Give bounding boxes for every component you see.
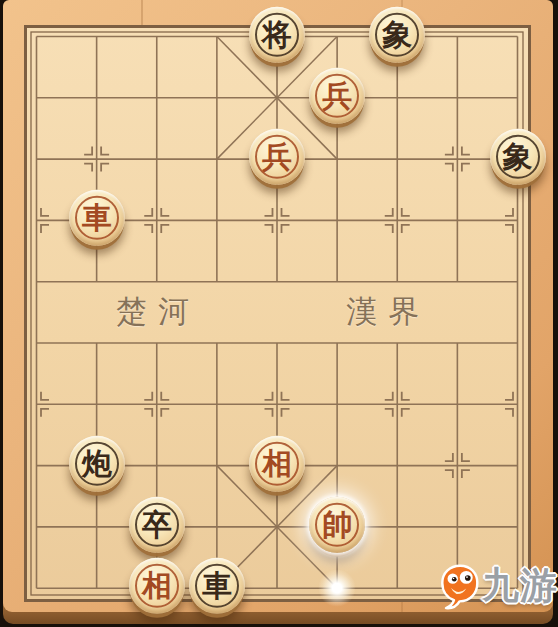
pieces-layer: 将象兵兵象車炮相卒帥相車: [0, 0, 558, 627]
piece-character: 相: [249, 435, 305, 491]
piece-black-soldier[interactable]: 卒: [129, 497, 185, 553]
piece-black-chariot[interactable]: 車: [189, 558, 245, 614]
piece-black-elephant[interactable]: 象: [369, 6, 425, 62]
game-screen: 楚河 漢界 将象兵兵象車炮相卒帥相車 九游: [0, 0, 558, 627]
piece-character: 車: [189, 558, 245, 614]
piece-red-soldier[interactable]: 兵: [309, 68, 365, 124]
jiuyou-watermark-text: 九游: [482, 561, 558, 611]
piece-black-cannon[interactable]: 炮: [69, 435, 125, 491]
piece-character: 象: [369, 6, 425, 62]
piece-red-elephant[interactable]: 相: [249, 435, 305, 491]
piece-character: 兵: [249, 129, 305, 185]
jiuyou-watermark: 九游: [438, 549, 558, 623]
piece-black-elephant[interactable]: 象: [490, 129, 546, 185]
piece-character: 車: [69, 190, 125, 246]
jiuyou-mascot-icon: [438, 552, 481, 620]
piece-red-general[interactable]: 帥: [309, 497, 365, 553]
piece-red-elephant[interactable]: 相: [129, 558, 185, 614]
piece-character: 兵: [309, 68, 365, 124]
piece-character: 帥: [309, 497, 365, 553]
piece-character: 卒: [129, 497, 185, 553]
piece-black-general[interactable]: 将: [249, 6, 305, 62]
piece-character: 象: [490, 129, 546, 185]
piece-character: 炮: [69, 435, 125, 491]
piece-character: 相: [129, 558, 185, 614]
piece-character: 将: [249, 6, 305, 62]
piece-red-soldier[interactable]: 兵: [249, 129, 305, 185]
piece-red-chariot[interactable]: 車: [69, 190, 125, 246]
